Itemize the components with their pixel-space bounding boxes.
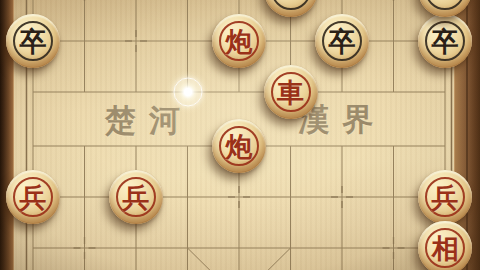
piece-glyph: 炮 xyxy=(212,119,266,173)
piece-red-soldier[interactable]: 兵 xyxy=(109,170,163,224)
piece-glyph: 車 xyxy=(264,65,318,119)
piece-black-soldier[interactable]: 卒 xyxy=(418,14,472,68)
piece-glyph: 卒 xyxy=(418,14,472,68)
piece-glyph: 兵 xyxy=(109,170,163,224)
piece-glyph: 兵 xyxy=(6,170,60,224)
piece-glyph: 相 xyxy=(418,221,472,270)
piece-red-cannon[interactable]: 炮 xyxy=(212,119,266,173)
river-label-chu-he: 楚河 xyxy=(105,100,193,142)
piece-glyph: 兵 xyxy=(418,170,472,224)
xiangqi-board[interactable]: 楚河 漢界 卒卒卒炮車炮兵兵兵相 xyxy=(0,0,480,270)
piece-red-soldier[interactable]: 兵 xyxy=(418,170,472,224)
piece-red-cannon[interactable]: 炮 xyxy=(212,14,266,68)
piece-ring xyxy=(425,0,465,10)
piece-ring xyxy=(271,0,311,10)
piece-glyph: 卒 xyxy=(315,14,369,68)
piece-black-soldier[interactable]: 卒 xyxy=(6,14,60,68)
piece-black-soldier[interactable]: 卒 xyxy=(315,14,369,68)
piece-red-chariot[interactable]: 車 xyxy=(264,65,318,119)
piece-glyph: 炮 xyxy=(212,14,266,68)
piece-glyph: 卒 xyxy=(6,14,60,68)
piece-red-elephant[interactable]: 相 xyxy=(418,221,472,270)
piece-red-soldier[interactable]: 兵 xyxy=(6,170,60,224)
